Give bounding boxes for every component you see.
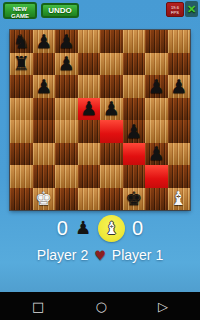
app-screen: NEW GAME UNDO 19.6 FPS 60 ✕ ♞♟♟♜♟♟♟♟♟♟♟♟… <box>0 0 200 320</box>
black-pawn-b8: ♟ <box>35 32 52 51</box>
square-c1[interactable] <box>55 188 78 211</box>
square-f5[interactable] <box>123 98 146 121</box>
square-c2[interactable] <box>55 165 78 188</box>
square-h2[interactable] <box>168 165 191 188</box>
square-g6[interactable]: ♟ <box>145 75 168 98</box>
square-d2[interactable] <box>78 165 101 188</box>
square-d5[interactable]: ♟ <box>78 98 101 121</box>
square-a3[interactable] <box>10 143 33 166</box>
square-e7[interactable] <box>100 53 123 76</box>
square-f2[interactable] <box>123 165 146 188</box>
black-rook-a7: ♜ <box>13 54 30 73</box>
score-bar: 0 ♟ ♝ 0 <box>0 212 200 244</box>
square-h7[interactable] <box>168 53 191 76</box>
square-c3[interactable] <box>55 143 78 166</box>
black-pawn-g6: ♟ <box>148 77 165 96</box>
black-pawn-e5: ♟ <box>103 99 120 118</box>
square-h1[interactable]: ♝ <box>168 188 191 211</box>
square-f3[interactable] <box>123 143 146 166</box>
square-g2[interactable] <box>145 165 168 188</box>
square-d8[interactable] <box>78 30 101 53</box>
square-f6[interactable] <box>123 75 146 98</box>
android-nav-bar: □ ○ ▷ <box>0 292 200 320</box>
black-pawn-d5: ♟ <box>80 99 97 118</box>
square-d3[interactable] <box>78 143 101 166</box>
black-pawn-f4: ♟ <box>125 122 142 141</box>
square-g8[interactable] <box>145 30 168 53</box>
black-pawn-g3: ♟ <box>148 144 165 163</box>
turn-indicator: ♝ <box>98 215 125 242</box>
square-c8[interactable]: ♟ <box>55 30 78 53</box>
square-b8[interactable]: ♟ <box>33 30 56 53</box>
square-c4[interactable] <box>55 120 78 143</box>
player1-name: Player 1 <box>112 247 163 263</box>
black-pawn-icon: ♟ <box>75 219 91 237</box>
square-f4[interactable]: ♟ <box>123 120 146 143</box>
chess-board: ♞♟♟♜♟♟♟♟♟♟♟♟♚♚♝ <box>10 30 190 210</box>
square-b1[interactable]: ♚ <box>33 188 56 211</box>
new-game-button[interactable]: NEW GAME <box>3 2 37 19</box>
square-d4[interactable] <box>78 120 101 143</box>
close-icon[interactable]: ✕ <box>185 1 198 17</box>
player2-score: 0 <box>57 217 68 240</box>
fps-value: 19.6 FPS <box>167 5 183 15</box>
square-h6[interactable]: ♟ <box>168 75 191 98</box>
square-a8[interactable]: ♞ <box>10 30 33 53</box>
player1-score: 0 <box>132 217 143 240</box>
square-b5[interactable] <box>33 98 56 121</box>
square-b3[interactable] <box>33 143 56 166</box>
black-pawn-c7: ♟ <box>58 54 75 73</box>
square-e6[interactable] <box>100 75 123 98</box>
square-g1[interactable] <box>145 188 168 211</box>
square-a5[interactable] <box>10 98 33 121</box>
white-king-b1: ♚ <box>35 189 52 208</box>
black-king-f1: ♚ <box>125 189 142 208</box>
square-e3[interactable] <box>100 143 123 166</box>
square-c6[interactable] <box>55 75 78 98</box>
square-a1[interactable] <box>10 188 33 211</box>
square-e8[interactable] <box>100 30 123 53</box>
square-b6[interactable]: ♟ <box>33 75 56 98</box>
square-e2[interactable] <box>100 165 123 188</box>
recents-icon[interactable]: □ <box>32 300 44 313</box>
square-f1[interactable]: ♚ <box>123 188 146 211</box>
square-h8[interactable] <box>168 30 191 53</box>
square-g7[interactable] <box>145 53 168 76</box>
square-f7[interactable] <box>123 53 146 76</box>
square-g4[interactable] <box>145 120 168 143</box>
new-game-label-line2: GAME <box>5 13 35 20</box>
square-a6[interactable] <box>10 75 33 98</box>
undo-button[interactable]: UNDO <box>41 3 79 18</box>
square-d7[interactable] <box>78 53 101 76</box>
black-knight-a8: ♞ <box>13 32 30 51</box>
square-a2[interactable] <box>10 165 33 188</box>
square-h3[interactable] <box>168 143 191 166</box>
back-icon[interactable]: ▷ <box>158 300 168 313</box>
square-b4[interactable] <box>33 120 56 143</box>
square-g3[interactable]: ♟ <box>145 143 168 166</box>
square-e1[interactable] <box>100 188 123 211</box>
white-bishop-icon: ♝ <box>104 220 119 237</box>
undo-label: UNDO <box>48 6 72 15</box>
square-e5[interactable]: ♟ <box>100 98 123 121</box>
square-c7[interactable]: ♟ <box>55 53 78 76</box>
white-bishop-h1: ♝ <box>170 189 187 208</box>
square-f8[interactable] <box>123 30 146 53</box>
home-icon[interactable]: ○ <box>95 300 106 313</box>
square-b2[interactable] <box>33 165 56 188</box>
square-c5[interactable] <box>55 98 78 121</box>
square-a7[interactable]: ♜ <box>10 53 33 76</box>
fps-counter-badge: 19.6 FPS 60 <box>166 2 184 17</box>
fps-target: 60 <box>167 15 183 17</box>
black-pawn-c8: ♟ <box>58 32 75 51</box>
square-g5[interactable] <box>145 98 168 121</box>
player-bar: Player 2 ♥ Player 1 <box>0 244 200 266</box>
square-e4[interactable] <box>100 120 123 143</box>
square-a4[interactable] <box>10 120 33 143</box>
square-h5[interactable] <box>168 98 191 121</box>
black-pawn-b6: ♟ <box>35 77 52 96</box>
square-h4[interactable] <box>168 120 191 143</box>
square-d1[interactable] <box>78 188 101 211</box>
square-d6[interactable] <box>78 75 101 98</box>
heart-icon: ♥ <box>94 248 106 263</box>
black-pawn-h6: ♟ <box>170 77 187 96</box>
player2-name: Player 2 <box>37 247 88 263</box>
square-b7[interactable] <box>33 53 56 76</box>
